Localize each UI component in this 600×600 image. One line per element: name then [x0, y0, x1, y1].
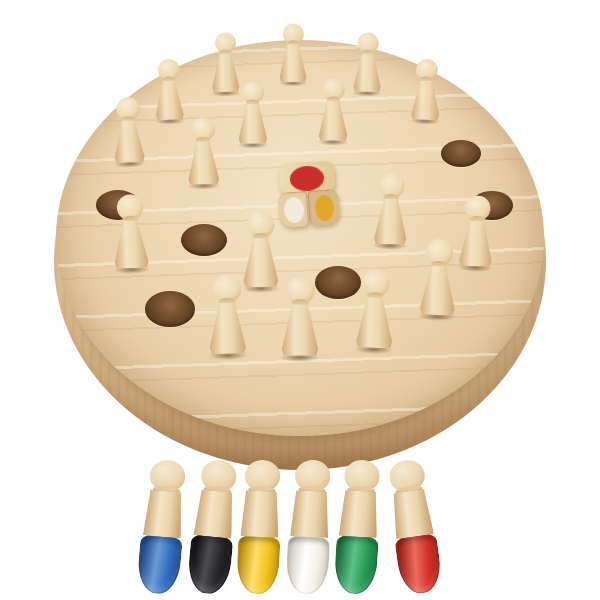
board-peg[interactable]: [277, 23, 308, 85]
peg-body: [154, 80, 184, 120]
tray-peg-blue[interactable]: [134, 458, 192, 595]
peg-body: [353, 53, 382, 92]
color-die[interactable]: [276, 160, 340, 228]
peg-body: [458, 220, 493, 267]
peg-body: [187, 141, 220, 185]
peg-body: [113, 120, 146, 163]
peg-body: [281, 304, 319, 355]
board-peg[interactable]: [371, 173, 410, 248]
die-left-face: [278, 191, 309, 228]
peg-color-tip-black: [186, 534, 233, 596]
peg-body: [373, 198, 408, 244]
peg-color-tip-green: [333, 535, 378, 595]
board-peg[interactable]: [279, 276, 321, 360]
board-peg[interactable]: [110, 194, 152, 273]
tray-peg-white[interactable]: [283, 459, 336, 595]
die-white-dot: [283, 196, 305, 223]
peg-body: [113, 220, 150, 269]
peg-body: [194, 489, 236, 538]
die-right-face: [308, 189, 340, 226]
peg-body: [390, 488, 434, 539]
empty-hole[interactable]: [181, 224, 227, 256]
board-peg[interactable]: [351, 32, 383, 95]
peg-body: [356, 297, 394, 348]
peg-body: [290, 490, 330, 538]
peg-body: [243, 238, 279, 287]
board-peg[interactable]: [185, 117, 222, 188]
tray-peg-green[interactable]: [331, 459, 385, 596]
empty-hole[interactable]: [145, 291, 195, 327]
tray-peg-red[interactable]: [382, 457, 446, 596]
board-peg[interactable]: [409, 59, 443, 124]
peg-color-tip-yellow: [236, 535, 280, 595]
peg-body: [419, 265, 457, 315]
board-peg[interactable]: [206, 274, 249, 358]
peg-body: [208, 303, 246, 355]
board-peg[interactable]: [353, 269, 396, 352]
peg-body: [318, 100, 348, 140]
board-peg[interactable]: [152, 59, 186, 124]
peg-body: [143, 489, 185, 538]
peg-color-tip-white: [285, 535, 330, 595]
board-peg[interactable]: [417, 238, 459, 319]
tray-peg-yellow[interactable]: [234, 459, 286, 595]
peg-body: [279, 44, 307, 82]
die-red-dot: [289, 165, 325, 192]
board-peg[interactable]: [236, 81, 269, 147]
peg-body: [238, 103, 268, 143]
memory-chess-photo: [0, 0, 600, 600]
die-yellow-dot: [314, 194, 335, 221]
peg-body: [240, 490, 280, 538]
peg-body: [411, 80, 441, 120]
peg-color-tip-blue: [136, 534, 183, 595]
peg-body: [339, 490, 380, 538]
board-peg[interactable]: [456, 195, 496, 271]
peg-color-tip-red: [394, 533, 444, 596]
board-peg[interactable]: [110, 97, 147, 167]
board-peg[interactable]: [317, 78, 350, 144]
empty-hole[interactable]: [441, 140, 481, 167]
